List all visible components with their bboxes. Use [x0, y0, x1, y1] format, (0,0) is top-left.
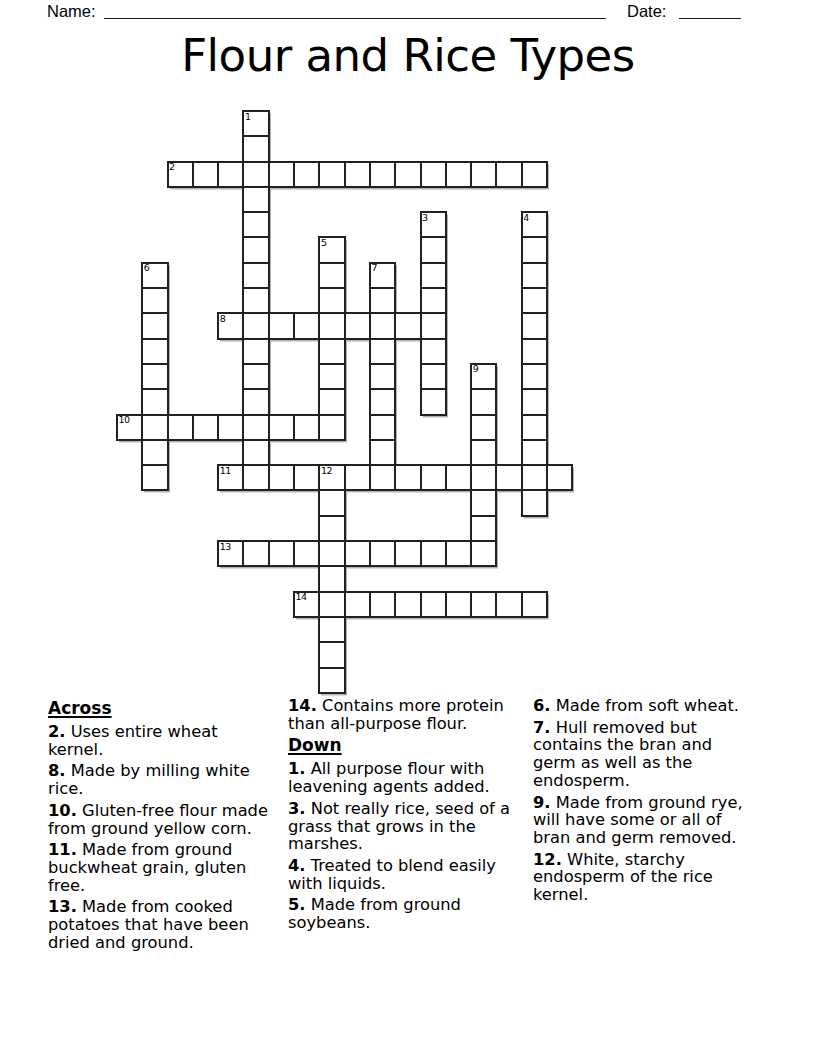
grid-cell-r6-c1[interactable]: 6: [142, 263, 167, 288]
grid-cell-r12-c3[interactable]: [193, 415, 218, 440]
clue-number: 13.: [48, 897, 77, 916]
clue-section: Across2. Uses entire wheat kernel.8. Mad…: [48, 697, 755, 955]
grid-cell-r8-c10[interactable]: [370, 313, 395, 338]
clue-column-1: Across2. Uses entire wheat kernel.8. Mad…: [48, 697, 270, 955]
clue-number: 1.: [288, 759, 306, 778]
grid-cell-r13-c16[interactable]: [522, 440, 547, 465]
clue-number: 3.: [288, 799, 306, 818]
grid-cell-r12-c1[interactable]: [142, 415, 167, 440]
grid-cell-r2-c9[interactable]: [345, 162, 370, 187]
clue-down-7: 7. Hull removed but contains the bran an…: [533, 719, 755, 790]
grid-cell-r17-c9[interactable]: [345, 541, 370, 566]
clue-number: 2.: [48, 722, 66, 741]
clue-down-3: 3. Not really rice, seed of a grass that…: [288, 800, 510, 853]
grid-cell-r6-c10[interactable]: 7: [370, 263, 395, 288]
grid-cell-r8-c1[interactable]: [142, 313, 167, 338]
grid-cell-r6-c8[interactable]: [319, 263, 344, 288]
grid-cell-r19-c16[interactable]: [522, 592, 547, 617]
grid-cell-r17-c8[interactable]: [319, 541, 344, 566]
grid-cell-r17-c10[interactable]: [370, 541, 395, 566]
grid-cell-r6-c5[interactable]: [243, 263, 268, 288]
grid-cell-r7-c16[interactable]: [522, 288, 547, 313]
grid-cell-r12-c14[interactable]: [471, 415, 496, 440]
grid-cell-r4-c12[interactable]: 3: [421, 212, 446, 237]
cell-number-1: 1: [245, 112, 251, 122]
grid-cell-r10-c10[interactable]: [370, 364, 395, 389]
grid-cell-r7-c8[interactable]: [319, 288, 344, 313]
grid-cell-r19-c13[interactable]: [446, 592, 471, 617]
clue-text: Made from ground soybeans.: [288, 895, 461, 932]
clue-down-5: 5. Made from ground soybeans.: [288, 896, 510, 931]
grid-cell-r10-c12[interactable]: [421, 364, 446, 389]
down-heading: Down: [288, 736, 510, 754]
clue-text: Made from soft wheat.: [556, 696, 739, 715]
grid-cell-r6-c16[interactable]: [522, 263, 547, 288]
grid-cell-r2-c16[interactable]: [522, 162, 547, 187]
grid-cell-r3-c5[interactable]: [243, 187, 268, 212]
grid-cell-r19-c15[interactable]: [496, 592, 521, 617]
clue-across-8: 8. Made by milling white rice.: [48, 762, 270, 797]
grid-cell-r10-c16[interactable]: [522, 364, 547, 389]
clue-across-2: 2. Uses entire wheat kernel.: [48, 723, 270, 758]
grid-cell-r14-c17[interactable]: [547, 465, 572, 490]
grid-cell-r12-c16[interactable]: [522, 415, 547, 440]
grid-cell-r17-c4[interactable]: 13: [218, 541, 243, 566]
clue-text: Made from cooked potatoes that have been…: [48, 897, 249, 951]
grid-cell-r16-c14[interactable]: [471, 516, 496, 541]
grid-cell-r8-c6[interactable]: [269, 313, 294, 338]
grid-cell-r10-c5[interactable]: [243, 364, 268, 389]
grid-cell-r13-c5[interactable]: [243, 440, 268, 465]
grid-cell-r14-c11[interactable]: [395, 465, 420, 490]
grid-cell-r7-c5[interactable]: [243, 288, 268, 313]
grid-cell-r10-c8[interactable]: [319, 364, 344, 389]
grid-cell-r14-c14[interactable]: [471, 465, 496, 490]
grid-cell-r4-c5[interactable]: [243, 212, 268, 237]
clue-number: 7.: [533, 718, 551, 737]
grid-cell-r8-c5[interactable]: [243, 313, 268, 338]
grid-cell-r17-c7[interactable]: [294, 541, 319, 566]
grid-cell-r11-c10[interactable]: [370, 389, 395, 414]
clue-number: 6.: [533, 696, 551, 715]
grid-cell-r15-c16[interactable]: [522, 490, 547, 515]
grid-cell-r8-c8[interactable]: [319, 313, 344, 338]
grid-cell-r11-c16[interactable]: [522, 389, 547, 414]
grid-cell-r2-c10[interactable]: [370, 162, 395, 187]
grid-cell-r17-c5[interactable]: [243, 541, 268, 566]
grid-cell-r18-c8[interactable]: [319, 566, 344, 591]
cell-number-13: 13: [220, 542, 231, 552]
grid-cell-r19-c11[interactable]: [395, 592, 420, 617]
cell-number-3: 3: [422, 213, 428, 223]
grid-cell-r17-c13[interactable]: [446, 541, 471, 566]
grid-cell-r12-c7[interactable]: [294, 415, 319, 440]
grid-cell-r15-c8[interactable]: [319, 490, 344, 515]
grid-cell-r11-c5[interactable]: [243, 389, 268, 414]
clue-number: 11.: [48, 840, 77, 859]
clue-across-13: 13. Made from cooked potatoes that have …: [48, 898, 270, 951]
grid-cell-r14-c5[interactable]: [243, 465, 268, 490]
clue-text: Gluten-free flour made from ground yello…: [48, 801, 268, 838]
grid-cell-r14-c9[interactable]: [345, 465, 370, 490]
grid-cell-r6-c12[interactable]: [421, 263, 446, 288]
grid-cell-r14-c4[interactable]: 11: [218, 465, 243, 490]
worksheet-page: Name: Date: Flour and Rice Types 1234567…: [0, 0, 816, 1056]
grid-cell-r19-c7[interactable]: 14: [294, 592, 319, 617]
grid-cell-r14-c6[interactable]: [269, 465, 294, 490]
grid-cell-r15-c14[interactable]: [471, 490, 496, 515]
clue-text: Made by milling white rice.: [48, 761, 250, 798]
grid-cell-r2-c11[interactable]: [395, 162, 420, 187]
clue-down-9: 9. Made from ground rye, will have some …: [533, 794, 755, 847]
grid-cell-r4-c16[interactable]: 4: [522, 212, 547, 237]
grid-cell-r19-c14[interactable]: [471, 592, 496, 617]
clue-across-14: 14. Contains more protein than all-purpo…: [288, 697, 510, 732]
grid-cell-r1-c5[interactable]: [243, 136, 268, 161]
clue-text: Not really rice, seed of a grass that gr…: [288, 799, 510, 853]
clue-number: 5.: [288, 895, 306, 914]
clue-down-4: 4. Treated to blend easily with liquids.: [288, 857, 510, 892]
crossword-grid: 1234567891011121314: [117, 111, 572, 693]
clue-down-12: 12. White, starchy endosperm of the rice…: [533, 851, 755, 904]
grid-cell-r13-c1[interactable]: [142, 440, 167, 465]
across-heading: Across: [48, 699, 270, 717]
grid-cell-r2-c13[interactable]: [446, 162, 471, 187]
grid-cell-r7-c10[interactable]: [370, 288, 395, 313]
grid-cell-r2-c6[interactable]: [269, 162, 294, 187]
grid-cell-r12-c5[interactable]: [243, 415, 268, 440]
clue-text: Hull removed but contains the bran and g…: [533, 718, 712, 790]
cell-number-6: 6: [144, 263, 150, 273]
grid-cell-r2-c2[interactable]: 2: [168, 162, 193, 187]
grid-cell-r9-c5[interactable]: [243, 339, 268, 364]
grid-cell-r8-c4[interactable]: 8: [218, 313, 243, 338]
cell-number-4: 4: [523, 213, 529, 223]
cell-number-7: 7: [371, 263, 377, 273]
name-blank-line: [104, 18, 606, 19]
grid-cell-r8-c11[interactable]: [395, 313, 420, 338]
grid-cell-r10-c1[interactable]: [142, 364, 167, 389]
grid-cell-r2-c15[interactable]: [496, 162, 521, 187]
grid-cell-r12-c0[interactable]: 10: [117, 415, 142, 440]
clue-down-6: 6. Made from soft wheat.: [533, 697, 755, 715]
grid-cell-r9-c8[interactable]: [319, 339, 344, 364]
date-blank-line: [679, 18, 741, 19]
grid-cell-r19-c8[interactable]: [319, 592, 344, 617]
grid-cell-r2-c7[interactable]: [294, 162, 319, 187]
clue-column-3: 6. Made from soft wheat.7. Hull removed …: [533, 697, 755, 908]
grid-cell-r17-c14[interactable]: [471, 541, 496, 566]
grid-cell-r5-c12[interactable]: [421, 237, 446, 262]
grid-cell-r13-c14[interactable]: [471, 440, 496, 465]
clue-text: Made from ground buckwheat grain, gluten…: [48, 840, 246, 894]
grid-cell-r9-c16[interactable]: [522, 339, 547, 364]
grid-cell-r14-c13[interactable]: [446, 465, 471, 490]
cell-number-5: 5: [321, 238, 327, 248]
clue-number: 14.: [288, 696, 317, 715]
grid-cell-r13-c10[interactable]: [370, 440, 395, 465]
grid-cell-r5-c8[interactable]: 5: [319, 237, 344, 262]
grid-cell-r14-c8[interactable]: 12: [319, 465, 344, 490]
grid-cell-r9-c12[interactable]: [421, 339, 446, 364]
grid-cell-r5-c16[interactable]: [522, 237, 547, 262]
grid-cell-r22-c8[interactable]: [319, 668, 344, 693]
clue-across-10: 10. Gluten-free flour made from ground y…: [48, 802, 270, 837]
clue-text: Uses entire wheat kernel.: [48, 722, 218, 759]
clue-text: Made from ground rye, will have some or …: [533, 793, 743, 847]
date-label: Date:: [627, 3, 666, 20]
grid-cell-r14-c10[interactable]: [370, 465, 395, 490]
name-label: Name:: [47, 3, 96, 20]
grid-cell-r12-c4[interactable]: [218, 415, 243, 440]
grid-cell-r14-c15[interactable]: [496, 465, 521, 490]
grid-cell-r19-c12[interactable]: [421, 592, 446, 617]
grid-cell-r11-c1[interactable]: [142, 389, 167, 414]
grid-cell-r7-c12[interactable]: [421, 288, 446, 313]
clue-number: 10.: [48, 801, 77, 820]
grid-cell-r2-c3[interactable]: [193, 162, 218, 187]
grid-cell-r8-c9[interactable]: [345, 313, 370, 338]
grid-cell-r19-c9[interactable]: [345, 592, 370, 617]
grid-cell-r9-c10[interactable]: [370, 339, 395, 364]
grid-cell-r2-c8[interactable]: [319, 162, 344, 187]
grid-cell-r0-c5[interactable]: 1: [243, 111, 268, 136]
grid-cell-r14-c1[interactable]: [142, 465, 167, 490]
clue-across-11: 11. Made from ground buckwheat grain, gl…: [48, 841, 270, 894]
cell-number-9: 9: [473, 364, 479, 374]
clue-number: 4.: [288, 856, 306, 875]
grid-cell-r7-c1[interactable]: [142, 288, 167, 313]
grid-cell-r21-c8[interactable]: [319, 642, 344, 667]
grid-cell-r12-c2[interactable]: [168, 415, 193, 440]
cell-number-11: 11: [220, 466, 231, 476]
clue-text: Treated to blend easily with liquids.: [288, 856, 496, 893]
puzzle-title: Flour and Rice Types: [0, 33, 816, 78]
clue-text: All purpose flour with leavening agents …: [288, 759, 490, 796]
grid-cell-r14-c16[interactable]: [522, 465, 547, 490]
grid-cell-r2-c4[interactable]: [218, 162, 243, 187]
grid-cell-r17-c12[interactable]: [421, 541, 446, 566]
grid-cell-r8-c7[interactable]: [294, 313, 319, 338]
grid-cell-r11-c12[interactable]: [421, 389, 446, 414]
grid-cell-r10-c14[interactable]: 9: [471, 364, 496, 389]
grid-cell-r2-c5[interactable]: [243, 162, 268, 187]
clue-number: 9.: [533, 793, 551, 812]
grid-cell-r5-c5[interactable]: [243, 237, 268, 262]
grid-cell-r11-c14[interactable]: [471, 389, 496, 414]
cell-number-10: 10: [119, 415, 130, 425]
clue-column-2: 14. Contains more protein than all-purpo…: [288, 697, 510, 936]
grid-cell-r8-c16[interactable]: [522, 313, 547, 338]
clue-down-1: 1. All purpose flour with leavening agen…: [288, 760, 510, 795]
grid-cell-r20-c8[interactable]: [319, 617, 344, 642]
grid-cell-r9-c1[interactable]: [142, 339, 167, 364]
grid-cell-r19-c10[interactable]: [370, 592, 395, 617]
clue-number: 8.: [48, 761, 66, 780]
clue-text: Contains more protein than all-purpose f…: [288, 696, 504, 733]
clue-number: 12.: [533, 850, 562, 869]
grid-cell-r8-c12[interactable]: [421, 313, 446, 338]
grid-cell-r14-c12[interactable]: [421, 465, 446, 490]
grid-cell-r12-c6[interactable]: [269, 415, 294, 440]
cell-number-14: 14: [296, 592, 307, 602]
grid-cell-r17-c6[interactable]: [269, 541, 294, 566]
grid-cell-r16-c8[interactable]: [319, 516, 344, 541]
cell-number-8: 8: [220, 314, 226, 324]
grid-cell-r17-c11[interactable]: [395, 541, 420, 566]
grid-cell-r2-c12[interactable]: [421, 162, 446, 187]
grid-cell-r14-c7[interactable]: [294, 465, 319, 490]
grid-cell-r2-c14[interactable]: [471, 162, 496, 187]
cell-number-12: 12: [321, 466, 332, 476]
cell-number-2: 2: [169, 162, 175, 172]
grid-cell-r11-c8[interactable]: [319, 389, 344, 414]
grid-cell-r12-c10[interactable]: [370, 415, 395, 440]
grid-cell-r12-c8[interactable]: [319, 415, 344, 440]
